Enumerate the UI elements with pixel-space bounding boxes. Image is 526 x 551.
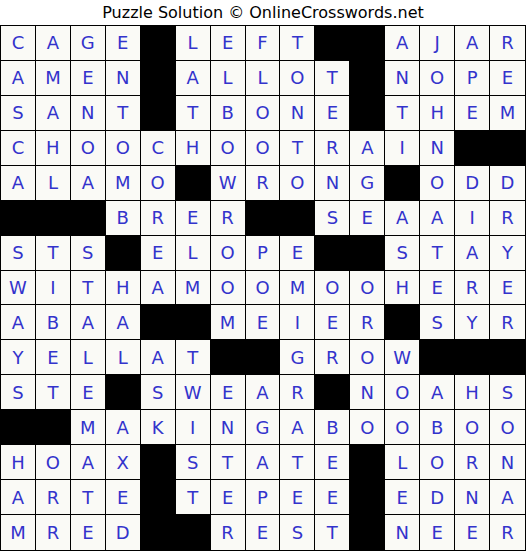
letter-cell-r15c2: R: [36, 515, 71, 550]
letter-cell-r9c15: R: [490, 305, 525, 340]
letter-cell-r5c10: N: [315, 166, 350, 201]
letter-cell-r13c3: A: [71, 445, 106, 480]
letter-cell-r1c1: C: [1, 26, 36, 61]
letter-cell-r7c2: T: [36, 236, 71, 271]
letter-cell-r7c1: S: [1, 236, 36, 271]
letter-cell-r4c1: C: [1, 131, 36, 166]
letter-cell-r13c8: A: [246, 445, 281, 480]
letter-cell-r2c7: L: [211, 61, 246, 96]
letter-cell-r2c4: N: [106, 61, 141, 96]
letter-cell-r7c3: S: [71, 236, 106, 271]
block-cell-r6c3: [71, 201, 106, 236]
letter-cell-r11c8: A: [246, 375, 281, 410]
letter-cell-r5c3: A: [71, 166, 106, 201]
letter-cell-r13c2: O: [36, 445, 71, 480]
letter-cell-r1c14: A: [455, 26, 490, 61]
letter-cell-r11c9: R: [280, 375, 315, 410]
letter-cell-r1c7: E: [211, 26, 246, 61]
letter-cell-r3c2: A: [36, 96, 71, 131]
letter-cell-r11c2: T: [36, 375, 71, 410]
block-cell-r1c10: [315, 26, 350, 61]
letter-cell-r7c12: S: [385, 236, 420, 271]
letter-cell-r14c1: A: [1, 480, 36, 515]
block-cell-r7c10: [315, 236, 350, 271]
block-cell-r9c6: [176, 305, 211, 340]
block-cell-r7c11: [350, 236, 385, 271]
letter-cell-r8c14: R: [455, 271, 490, 306]
letter-cell-r10c2: E: [36, 340, 71, 375]
letter-cell-r15c10: T: [315, 515, 350, 550]
letter-cell-r6c10: S: [315, 201, 350, 236]
letter-cell-r14c10: E: [315, 480, 350, 515]
letter-cell-r8c1: W: [1, 271, 36, 306]
letter-cell-r3c4: T: [106, 96, 141, 131]
block-cell-r11c10: [315, 375, 350, 410]
letter-cell-r6c7: R: [211, 201, 246, 236]
letter-cell-r9c9: I: [280, 305, 315, 340]
block-cell-r9c5: [141, 305, 176, 340]
letter-cell-r2c9: O: [280, 61, 315, 96]
letter-cell-r1c15: R: [490, 26, 525, 61]
letter-cell-r3c15: M: [490, 96, 525, 131]
letter-cell-r9c13: S: [420, 305, 455, 340]
letter-cell-r2c10: T: [315, 61, 350, 96]
letter-cell-r13c6: S: [176, 445, 211, 480]
letter-cell-r4c8: O: [246, 131, 281, 166]
block-cell-r6c1: [1, 201, 36, 236]
letter-cell-r6c11: E: [350, 201, 385, 236]
letter-cell-r8c10: O: [315, 271, 350, 306]
block-cell-r4c15: [490, 131, 525, 166]
crossword-grid: CAGELEFTAJARAMENALLOTNOPESANTTBONETHEMCH…: [0, 25, 526, 551]
title-bar: Puzzle Solution © OnlineCrosswords.net: [0, 0, 526, 25]
letter-cell-r9c14: Y: [455, 305, 490, 340]
letter-cell-r5c7: W: [211, 166, 246, 201]
letter-cell-r7c9: E: [280, 236, 315, 271]
letter-cell-r5c14: D: [455, 166, 490, 201]
block-cell-r4c14: [455, 131, 490, 166]
letter-cell-r4c7: O: [211, 131, 246, 166]
letter-cell-r10c10: R: [315, 340, 350, 375]
block-cell-r12c1: [1, 410, 36, 445]
block-cell-r1c5: [141, 26, 176, 61]
letter-cell-r11c12: O: [385, 375, 420, 410]
letter-cell-r15c3: E: [71, 515, 106, 550]
letter-cell-r5c13: O: [420, 166, 455, 201]
letter-cell-r4c10: R: [315, 131, 350, 166]
letter-cell-r8c11: O: [350, 271, 385, 306]
letter-cell-r13c9: T: [280, 445, 315, 480]
letter-cell-r14c8: P: [246, 480, 281, 515]
letter-cell-r6c5: R: [141, 201, 176, 236]
letter-cell-r12c9: A: [280, 410, 315, 445]
block-cell-r6c2: [36, 201, 71, 236]
letter-cell-r15c4: D: [106, 515, 141, 550]
block-cell-r10c15: [490, 340, 525, 375]
letter-cell-r9c4: A: [106, 305, 141, 340]
letter-cell-r3c8: O: [246, 96, 281, 131]
letter-cell-r2c14: P: [455, 61, 490, 96]
letter-cell-r9c11: R: [350, 305, 385, 340]
letter-cell-r13c14: R: [455, 445, 490, 480]
letter-cell-r14c4: E: [106, 480, 141, 515]
letter-cell-r10c6: T: [176, 340, 211, 375]
letter-cell-r5c11: G: [350, 166, 385, 201]
letter-cell-r15c7: R: [211, 515, 246, 550]
puzzle-solution-page: Puzzle Solution © OnlineCrosswords.net C…: [0, 0, 526, 551]
letter-cell-r7c5: E: [141, 236, 176, 271]
block-cell-r3c11: [350, 96, 385, 131]
letter-cell-r14c9: E: [280, 480, 315, 515]
letter-cell-r14c6: T: [176, 480, 211, 515]
letter-cell-r1c9: T: [280, 26, 315, 61]
block-cell-r10c8: [246, 340, 281, 375]
letter-cell-r1c2: A: [36, 26, 71, 61]
letter-cell-r11c14: H: [455, 375, 490, 410]
letter-cell-r12c10: B: [315, 410, 350, 445]
letter-cell-r5c4: M: [106, 166, 141, 201]
letter-cell-r4c4: O: [106, 131, 141, 166]
letter-cell-r7c13: T: [420, 236, 455, 271]
letter-cell-r13c10: E: [315, 445, 350, 480]
letter-cell-r12c15: O: [490, 410, 525, 445]
letter-cell-r3c3: N: [71, 96, 106, 131]
letter-cell-r11c15: S: [490, 375, 525, 410]
letter-cell-r15c13: E: [420, 515, 455, 550]
letter-cell-r9c3: A: [71, 305, 106, 340]
letter-cell-r15c15: R: [490, 515, 525, 550]
letter-cell-r11c7: E: [211, 375, 246, 410]
letter-cell-r5c15: D: [490, 166, 525, 201]
letter-cell-r11c6: W: [176, 375, 211, 410]
letter-cell-r13c7: T: [211, 445, 246, 480]
letter-cell-r4c6: H: [176, 131, 211, 166]
block-cell-r10c14: [455, 340, 490, 375]
letter-cell-r8c7: O: [211, 271, 246, 306]
block-cell-r13c5: [141, 445, 176, 480]
block-cell-r7c4: [106, 236, 141, 271]
letter-cell-r5c2: L: [36, 166, 71, 201]
block-cell-r9c12: [385, 305, 420, 340]
letter-cell-r4c13: N: [420, 131, 455, 166]
letter-cell-r12c14: O: [455, 410, 490, 445]
block-cell-r6c9: [280, 201, 315, 236]
block-cell-r10c13: [420, 340, 455, 375]
letter-cell-r12c8: G: [246, 410, 281, 445]
letter-cell-r1c3: G: [71, 26, 106, 61]
letter-cell-r14c14: N: [455, 480, 490, 515]
letter-cell-r11c13: A: [420, 375, 455, 410]
letter-cell-r13c1: H: [1, 445, 36, 480]
letter-cell-r13c15: N: [490, 445, 525, 480]
block-cell-r14c5: [141, 480, 176, 515]
letter-cell-r7c14: A: [455, 236, 490, 271]
letter-cell-r2c6: A: [176, 61, 211, 96]
block-cell-r14c11: [350, 480, 385, 515]
letter-cell-r9c7: M: [211, 305, 246, 340]
letter-cell-r7c8: P: [246, 236, 281, 271]
letter-cell-r15c12: N: [385, 515, 420, 550]
letter-cell-r5c1: A: [1, 166, 36, 201]
letter-cell-r10c11: O: [350, 340, 385, 375]
letter-cell-r3c1: S: [1, 96, 36, 131]
letter-cell-r8c4: H: [106, 271, 141, 306]
letter-cell-r10c9: G: [280, 340, 315, 375]
letter-cell-r12c13: B: [420, 410, 455, 445]
letter-cell-r9c10: E: [315, 305, 350, 340]
page-title: Puzzle Solution © OnlineCrosswords.net: [102, 0, 424, 25]
letter-cell-r10c3: L: [71, 340, 106, 375]
letter-cell-r15c1: M: [1, 515, 36, 550]
letter-cell-r14c2: R: [36, 480, 71, 515]
letter-cell-r15c14: E: [455, 515, 490, 550]
block-cell-r15c5: [141, 515, 176, 550]
letter-cell-r8c2: I: [36, 271, 71, 306]
block-cell-r15c11: [350, 515, 385, 550]
letter-cell-r6c12: A: [385, 201, 420, 236]
letter-cell-r11c11: N: [350, 375, 385, 410]
letter-cell-r7c15: Y: [490, 236, 525, 271]
letter-cell-r12c4: A: [106, 410, 141, 445]
letter-cell-r11c3: E: [71, 375, 106, 410]
letter-cell-r9c1: A: [1, 305, 36, 340]
letter-cell-r6c6: E: [176, 201, 211, 236]
letter-cell-r6c13: A: [420, 201, 455, 236]
letter-cell-r3c6: T: [176, 96, 211, 131]
letter-cell-r10c12: W: [385, 340, 420, 375]
letter-cell-r2c8: L: [246, 61, 281, 96]
letter-cell-r8c9: M: [280, 271, 315, 306]
letter-cell-r5c5: O: [141, 166, 176, 201]
block-cell-r13c11: [350, 445, 385, 480]
block-cell-r3c5: [141, 96, 176, 131]
letter-cell-r1c6: L: [176, 26, 211, 61]
letter-cell-r12c11: O: [350, 410, 385, 445]
letter-cell-r4c9: T: [280, 131, 315, 166]
letter-cell-r1c8: F: [246, 26, 281, 61]
letter-cell-r1c13: J: [420, 26, 455, 61]
letter-cell-r3c12: T: [385, 96, 420, 131]
letter-cell-r2c15: E: [490, 61, 525, 96]
block-cell-r10c7: [211, 340, 246, 375]
block-cell-r2c5: [141, 61, 176, 96]
letter-cell-r2c1: A: [1, 61, 36, 96]
letter-cell-r6c15: R: [490, 201, 525, 236]
letter-cell-r4c3: O: [71, 131, 106, 166]
letter-cell-r3c9: N: [280, 96, 315, 131]
letter-cell-r8c6: M: [176, 271, 211, 306]
letter-cell-r3c13: H: [420, 96, 455, 131]
letter-cell-r3c14: E: [455, 96, 490, 131]
letter-cell-r3c7: B: [211, 96, 246, 131]
letter-cell-r14c3: T: [71, 480, 106, 515]
block-cell-r5c6: [176, 166, 211, 201]
letter-cell-r8c12: H: [385, 271, 420, 306]
letter-cell-r13c12: L: [385, 445, 420, 480]
block-cell-r5c12: [385, 166, 420, 201]
letter-cell-r6c4: B: [106, 201, 141, 236]
letter-cell-r9c2: B: [36, 305, 71, 340]
letter-cell-r12c5: K: [141, 410, 176, 445]
letter-cell-r14c12: E: [385, 480, 420, 515]
letter-cell-r4c2: H: [36, 131, 71, 166]
letter-cell-r8c13: E: [420, 271, 455, 306]
letter-cell-r11c5: S: [141, 375, 176, 410]
letter-cell-r15c8: E: [246, 515, 281, 550]
letter-cell-r4c12: I: [385, 131, 420, 166]
letter-cell-r2c2: M: [36, 61, 71, 96]
letter-cell-r13c13: O: [420, 445, 455, 480]
block-cell-r15c6: [176, 515, 211, 550]
letter-cell-r3c10: E: [315, 96, 350, 131]
letter-cell-r1c4: E: [106, 26, 141, 61]
letter-cell-r14c7: E: [211, 480, 246, 515]
letter-cell-r12c7: N: [211, 410, 246, 445]
letter-cell-r8c8: O: [246, 271, 281, 306]
letter-cell-r11c1: S: [1, 375, 36, 410]
letter-cell-r5c8: R: [246, 166, 281, 201]
letter-cell-r13c4: X: [106, 445, 141, 480]
letter-cell-r15c9: S: [280, 515, 315, 550]
letter-cell-r4c5: C: [141, 131, 176, 166]
letter-cell-r8c5: A: [141, 271, 176, 306]
letter-cell-r12c6: I: [176, 410, 211, 445]
letter-cell-r2c3: E: [71, 61, 106, 96]
letter-cell-r12c3: M: [71, 410, 106, 445]
letter-cell-r2c13: O: [420, 61, 455, 96]
letter-cell-r2c12: N: [385, 61, 420, 96]
letter-cell-r5c9: O: [280, 166, 315, 201]
letter-cell-r8c3: T: [71, 271, 106, 306]
letter-cell-r7c7: O: [211, 236, 246, 271]
block-cell-r1c11: [350, 26, 385, 61]
letter-cell-r12c12: O: [385, 410, 420, 445]
letter-cell-r1c12: A: [385, 26, 420, 61]
letter-cell-r7c6: L: [176, 236, 211, 271]
block-cell-r6c8: [246, 201, 281, 236]
letter-cell-r14c15: A: [490, 480, 525, 515]
letter-cell-r8c15: E: [490, 271, 525, 306]
block-cell-r12c2: [36, 410, 71, 445]
letter-cell-r14c13: D: [420, 480, 455, 515]
letter-cell-r10c4: L: [106, 340, 141, 375]
letter-cell-r10c1: Y: [1, 340, 36, 375]
letter-cell-r10c5: A: [141, 340, 176, 375]
letter-cell-r9c8: E: [246, 305, 281, 340]
block-cell-r2c11: [350, 61, 385, 96]
block-cell-r11c4: [106, 375, 141, 410]
letter-cell-r4c11: A: [350, 131, 385, 166]
letter-cell-r6c14: I: [455, 201, 490, 236]
